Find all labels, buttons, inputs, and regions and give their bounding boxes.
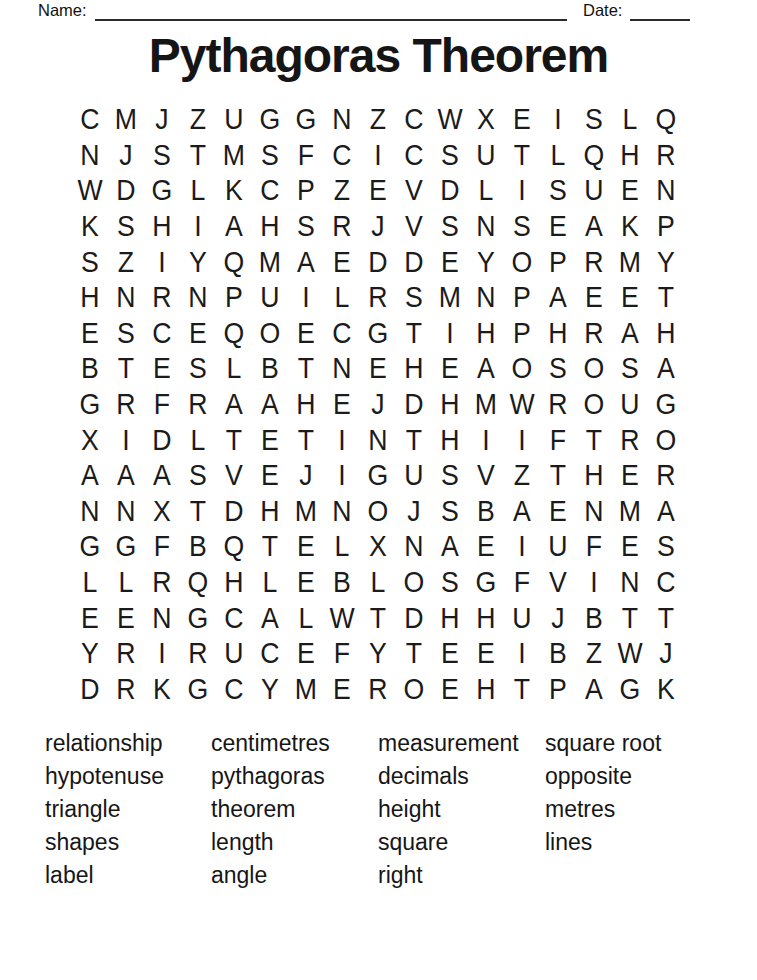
grid-cell: D (109, 173, 142, 209)
word-list-item: length (211, 826, 330, 859)
grid-cell: I (505, 422, 538, 458)
grid-cell: S (433, 565, 466, 601)
word-list-item: lines (545, 826, 661, 859)
grid-cell: N (73, 138, 106, 174)
grid-cell: U (469, 138, 502, 174)
grid-cell: W (433, 102, 466, 138)
grid-cell: A (613, 316, 646, 352)
grid-cell: S (433, 209, 466, 245)
grid-cell: L (253, 565, 286, 601)
grid-cell: L (469, 173, 502, 209)
grid-cell: H (145, 209, 178, 245)
grid-cell: X (361, 529, 394, 565)
grid-cell: I (505, 636, 538, 672)
grid-cell: X (469, 102, 502, 138)
grid-cell: I (577, 565, 610, 601)
grid-cell: N (325, 351, 358, 387)
grid-cell: F (145, 387, 178, 423)
grid-cell: N (325, 102, 358, 138)
grid-cell: C (145, 316, 178, 352)
grid-cell: A (577, 209, 610, 245)
word-list-item: shapes (45, 826, 164, 859)
grid-cell: I (181, 209, 214, 245)
grid-cell: H (433, 600, 466, 636)
grid-cell: Y (361, 636, 394, 672)
grid-cell: V (397, 209, 430, 245)
grid-cell: C (217, 600, 250, 636)
date-label: Date: (583, 1, 622, 20)
grid-cell: B (253, 351, 286, 387)
grid-cell: H (649, 316, 682, 352)
worksheet-page: Name: Date: Pythagoras Theorem CMJZUGGNZ… (0, 0, 757, 980)
grid-cell: E (433, 672, 466, 708)
grid-cell: Z (181, 102, 214, 138)
grid-cell: E (469, 529, 502, 565)
grid-cell: T (577, 422, 610, 458)
grid-cell: S (397, 280, 430, 316)
grid-cell: E (361, 351, 394, 387)
grid-cell: Y (253, 672, 286, 708)
grid-cell: K (613, 209, 646, 245)
grid-cell: W (73, 173, 106, 209)
grid-cell: R (145, 280, 178, 316)
grid-cell: E (73, 316, 106, 352)
word-list-item: hypotenuse (45, 760, 164, 793)
grid-cell: E (145, 351, 178, 387)
grid-cell: A (541, 280, 574, 316)
name-label: Name: (38, 1, 87, 20)
grid-cell: C (217, 672, 250, 708)
grid-cell: F (289, 138, 322, 174)
grid-cell: G (181, 600, 214, 636)
grid-cell: C (253, 636, 286, 672)
grid-cell: U (577, 173, 610, 209)
grid-cell: E (469, 636, 502, 672)
grid-cell: E (289, 636, 322, 672)
grid-cell: Y (73, 636, 106, 672)
word-list-item: centimetres (211, 727, 330, 760)
grid-cell: N (145, 600, 178, 636)
grid-cell: U (217, 636, 250, 672)
grid-cell: N (361, 422, 394, 458)
grid-cell: E (253, 422, 286, 458)
grid-cell: D (73, 672, 106, 708)
grid-cell: T (649, 600, 682, 636)
grid-cell: E (577, 280, 610, 316)
word-list-item: square root (545, 727, 661, 760)
grid-cell: T (361, 600, 394, 636)
grid-cell: F (145, 529, 178, 565)
grid-cell: H (577, 458, 610, 494)
grid-cell: M (613, 244, 646, 280)
grid-cell: J (361, 387, 394, 423)
grid-cell: T (397, 422, 430, 458)
grid-cell: K (73, 209, 106, 245)
grid-cell: Q (217, 316, 250, 352)
grid-cell: N (397, 529, 430, 565)
grid-cell: F (325, 636, 358, 672)
grid-cell: G (253, 102, 286, 138)
grid-cell: S (649, 529, 682, 565)
grid-cell: M (109, 102, 142, 138)
grid-cell: M (217, 138, 250, 174)
grid-cell: D (361, 244, 394, 280)
word-column-4: square rootoppositemetreslines (545, 727, 661, 859)
grid-cell: E (433, 244, 466, 280)
grid-cell: O (577, 387, 610, 423)
grid-cell: J (541, 600, 574, 636)
grid-cell: N (181, 280, 214, 316)
grid-cell: M (253, 244, 286, 280)
grid-cell: P (649, 209, 682, 245)
grid-cell: E (613, 280, 646, 316)
grid-cell: T (289, 351, 322, 387)
grid-cell: R (325, 209, 358, 245)
grid-cell: O (397, 672, 430, 708)
grid-cell: U (397, 458, 430, 494)
grid-cell: A (577, 672, 610, 708)
grid-cell: N (613, 565, 646, 601)
grid-cell: O (649, 422, 682, 458)
grid-cell: N (109, 494, 142, 530)
grid-cell: P (505, 280, 538, 316)
grid-cell: S (109, 316, 142, 352)
grid-cell: Z (325, 173, 358, 209)
grid-cell: L (217, 351, 250, 387)
grid-cell: N (577, 494, 610, 530)
grid-cell: D (397, 244, 430, 280)
grid-cell: F (541, 422, 574, 458)
grid-cell: N (73, 494, 106, 530)
grid-cell: J (361, 209, 394, 245)
grid-cell: B (541, 636, 574, 672)
grid-cell: O (577, 351, 610, 387)
grid-cell: D (433, 173, 466, 209)
grid-cell: N (469, 209, 502, 245)
grid-cell: L (109, 565, 142, 601)
grid-cell: E (541, 209, 574, 245)
grid-cell: Q (577, 138, 610, 174)
grid-cell: P (541, 672, 574, 708)
grid-cell: R (613, 422, 646, 458)
grid-cell: G (361, 316, 394, 352)
grid-cell: E (613, 529, 646, 565)
word-list-item: height (378, 793, 519, 826)
grid-cell: T (109, 351, 142, 387)
grid-cell: L (541, 138, 574, 174)
grid-cell: N (469, 280, 502, 316)
grid-cell: E (505, 102, 538, 138)
grid-cell: T (217, 422, 250, 458)
grid-cell: I (505, 173, 538, 209)
grid-cell: N (109, 280, 142, 316)
grid-cell: I (505, 529, 538, 565)
grid-cell: J (145, 102, 178, 138)
grid-cell: H (217, 565, 250, 601)
grid-cell: G (145, 173, 178, 209)
grid-cell: G (73, 387, 106, 423)
grid-cell: B (181, 529, 214, 565)
grid-cell: T (397, 636, 430, 672)
grid-cell: X (73, 422, 106, 458)
grid-cell: U (505, 600, 538, 636)
grid-cell: G (361, 458, 394, 494)
grid-cell: W (325, 600, 358, 636)
grid-cell: I (289, 280, 322, 316)
grid-cell: U (541, 529, 574, 565)
grid-cell: R (181, 636, 214, 672)
grid-cell: U (217, 102, 250, 138)
grid-cell: E (253, 458, 286, 494)
grid-cell: Q (217, 244, 250, 280)
grid-cell: S (505, 209, 538, 245)
grid-cell: S (181, 351, 214, 387)
grid-cell: Z (505, 458, 538, 494)
grid-cell: I (433, 316, 466, 352)
grid-cell: I (541, 102, 574, 138)
grid-cell: D (397, 387, 430, 423)
grid-cell: A (253, 600, 286, 636)
grid-cell: S (289, 209, 322, 245)
grid-cell: C (325, 316, 358, 352)
grid-cell: I (325, 422, 358, 458)
grid-cell: H (541, 316, 574, 352)
grid-cell: S (433, 458, 466, 494)
grid-cell: M (289, 494, 322, 530)
grid-cell: K (649, 672, 682, 708)
grid-cell: B (73, 351, 106, 387)
word-search-grid: CMJZUGGNZCWXEISLQNJSTMSFCICSUTLQHRWDGLKC… (72, 102, 684, 707)
grid-cell: T (397, 316, 430, 352)
grid-cell: I (145, 244, 178, 280)
grid-cell: R (361, 280, 394, 316)
grid-cell: L (181, 422, 214, 458)
grid-cell: E (73, 600, 106, 636)
grid-cell: N (325, 494, 358, 530)
grid-cell: L (361, 565, 394, 601)
grid-cell: E (325, 672, 358, 708)
grid-cell: R (181, 387, 214, 423)
grid-cell: R (649, 138, 682, 174)
grid-cell: H (469, 672, 502, 708)
word-column-3: measurementdecimalsheightsquareright (378, 727, 519, 892)
grid-cell: I (361, 138, 394, 174)
grid-cell: G (289, 102, 322, 138)
grid-cell: J (109, 138, 142, 174)
grid-cell: J (397, 494, 430, 530)
grid-cell: S (73, 244, 106, 280)
grid-cell: Y (649, 244, 682, 280)
word-list-item: opposite (545, 760, 661, 793)
grid-cell: G (613, 672, 646, 708)
grid-cell: T (181, 138, 214, 174)
grid-cell: S (109, 209, 142, 245)
grid-cell: A (469, 351, 502, 387)
grid-cell: E (325, 387, 358, 423)
word-list-item: measurement (378, 727, 519, 760)
grid-cell: E (541, 494, 574, 530)
grid-cell: R (109, 387, 142, 423)
grid-cell: J (649, 636, 682, 672)
grid-cell: A (217, 387, 250, 423)
grid-cell: K (145, 672, 178, 708)
grid-cell: M (289, 672, 322, 708)
grid-cell: D (217, 494, 250, 530)
grid-cell: S (541, 351, 574, 387)
grid-cell: E (109, 600, 142, 636)
word-column-1: relationshiphypotenusetriangleshapeslabe… (45, 727, 164, 892)
grid-cell: H (397, 351, 430, 387)
grid-cell: A (433, 529, 466, 565)
grid-cell: Y (181, 244, 214, 280)
grid-cell: O (505, 351, 538, 387)
grid-cell: I (325, 458, 358, 494)
grid-cell: S (145, 138, 178, 174)
grid-cell: H (253, 209, 286, 245)
grid-cell: H (289, 387, 322, 423)
grid-cell: L (181, 173, 214, 209)
grid-cell: V (217, 458, 250, 494)
grid-cell: Q (649, 102, 682, 138)
grid-cell: M (469, 387, 502, 423)
grid-cell: Q (217, 529, 250, 565)
grid-cell: U (613, 387, 646, 423)
grid-cell: R (649, 458, 682, 494)
grid-cell: R (577, 244, 610, 280)
grid-cell: S (181, 458, 214, 494)
grid-cell: F (505, 565, 538, 601)
grid-cell: E (289, 316, 322, 352)
grid-cell: A (649, 494, 682, 530)
puzzle-title: Pythagoras Theorem (0, 28, 757, 83)
grid-cell: E (289, 565, 322, 601)
grid-cell: V (397, 173, 430, 209)
grid-cell: I (145, 636, 178, 672)
grid-cell: V (469, 458, 502, 494)
grid-cell: O (397, 565, 430, 601)
grid-cell: S (253, 138, 286, 174)
grid-cell: T (505, 138, 538, 174)
grid-cell: L (613, 102, 646, 138)
grid-cell: C (253, 173, 286, 209)
grid-cell: O (505, 244, 538, 280)
word-list-item: right (378, 859, 519, 892)
word-list-item: label (45, 859, 164, 892)
grid-cell: T (253, 529, 286, 565)
grid-cell: P (541, 244, 574, 280)
grid-cell: D (397, 600, 430, 636)
grid-cell: L (289, 600, 322, 636)
word-list-item: square (378, 826, 519, 859)
grid-cell: R (361, 672, 394, 708)
grid-cell: S (433, 494, 466, 530)
grid-cell: C (649, 565, 682, 601)
grid-cell: A (217, 209, 250, 245)
grid-cell: A (289, 244, 322, 280)
grid-cell: K (217, 173, 250, 209)
grid-cell: H (253, 494, 286, 530)
grid-cell: G (109, 529, 142, 565)
grid-cell: E (433, 636, 466, 672)
word-list-item: theorem (211, 793, 330, 826)
grid-cell: T (289, 422, 322, 458)
grid-cell: Z (577, 636, 610, 672)
grid-cell: B (469, 494, 502, 530)
grid-cell: C (397, 138, 430, 174)
grid-cell: S (613, 351, 646, 387)
grid-cell: A (109, 458, 142, 494)
grid-cell: V (541, 565, 574, 601)
grid-cell: T (505, 672, 538, 708)
grid-cell: R (109, 636, 142, 672)
grid-cell: C (397, 102, 430, 138)
grid-cell: G (73, 529, 106, 565)
word-list-item: relationship (45, 727, 164, 760)
grid-cell: E (433, 351, 466, 387)
word-column-2: centimetrespythagorastheoremlengthangle (211, 727, 330, 892)
word-list-item: angle (211, 859, 330, 892)
grid-cell: T (181, 494, 214, 530)
grid-cell: J (289, 458, 322, 494)
grid-cell: R (109, 672, 142, 708)
grid-cell: B (577, 600, 610, 636)
grid-cell: L (325, 280, 358, 316)
grid-cell: R (577, 316, 610, 352)
grid-cell: E (613, 173, 646, 209)
grid-cell: H (613, 138, 646, 174)
grid-cell: A (253, 387, 286, 423)
grid-cell: C (73, 102, 106, 138)
grid-cell: T (541, 458, 574, 494)
grid-cell: F (577, 529, 610, 565)
date-blank-line (630, 0, 690, 21)
grid-cell: E (181, 316, 214, 352)
grid-cell: I (109, 422, 142, 458)
grid-cell: R (541, 387, 574, 423)
grid-cell: B (325, 565, 358, 601)
grid-cell: M (433, 280, 466, 316)
grid-cell: X (145, 494, 178, 530)
grid-cell: P (217, 280, 250, 316)
grid-cell: H (433, 422, 466, 458)
grid-cell: G (181, 672, 214, 708)
grid-cell: S (577, 102, 610, 138)
grid-cell: H (469, 600, 502, 636)
grid-cell: P (289, 173, 322, 209)
name-blank-line (95, 0, 567, 21)
grid-cell: G (649, 387, 682, 423)
grid-cell: S (433, 138, 466, 174)
grid-cell: E (361, 173, 394, 209)
grid-cell: O (361, 494, 394, 530)
grid-cell: N (649, 173, 682, 209)
grid-cell: T (649, 280, 682, 316)
grid-cell: Z (109, 244, 142, 280)
grid-cell: H (469, 316, 502, 352)
grid-cell: L (325, 529, 358, 565)
grid-cell: Q (181, 565, 214, 601)
word-list-item: pythagoras (211, 760, 330, 793)
grid-cell: L (73, 565, 106, 601)
grid-cell: P (505, 316, 538, 352)
word-list-item: metres (545, 793, 661, 826)
grid-cell: E (325, 244, 358, 280)
grid-cell: A (73, 458, 106, 494)
grid-cell: S (541, 173, 574, 209)
word-list-item: triangle (45, 793, 164, 826)
grid-cell: A (145, 458, 178, 494)
grid-cell: H (73, 280, 106, 316)
